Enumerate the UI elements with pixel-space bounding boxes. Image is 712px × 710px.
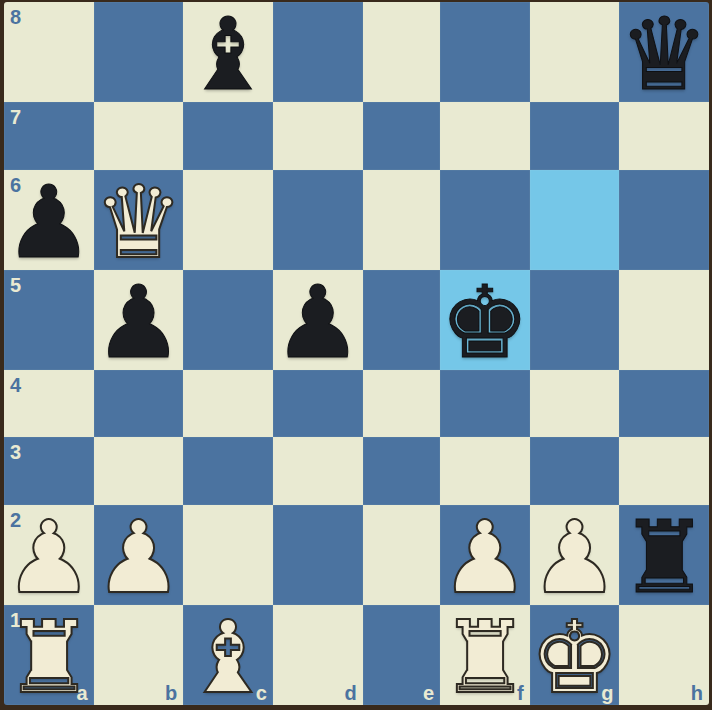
square-c5[interactable] bbox=[183, 270, 273, 370]
square-d4[interactable] bbox=[273, 370, 363, 438]
square-h6[interactable] bbox=[619, 170, 709, 270]
square-g8[interactable] bbox=[530, 2, 620, 102]
file-label-g: g bbox=[601, 683, 613, 703]
square-d6[interactable] bbox=[273, 170, 363, 270]
square-b8[interactable] bbox=[94, 2, 184, 102]
square-f5[interactable]: ♚ bbox=[440, 270, 530, 370]
file-label-b: b bbox=[165, 683, 177, 703]
square-f3[interactable] bbox=[440, 437, 530, 505]
white-pawn[interactable]: ♟ bbox=[440, 508, 530, 608]
square-f2[interactable]: ♟ bbox=[440, 505, 530, 605]
square-b3[interactable] bbox=[94, 437, 184, 505]
rank-label-8: 8 bbox=[10, 7, 21, 27]
white-bishop[interactable]: ♝ bbox=[183, 608, 273, 705]
square-e8[interactable] bbox=[363, 2, 440, 102]
square-e7[interactable] bbox=[363, 102, 440, 170]
square-c3[interactable] bbox=[183, 437, 273, 505]
square-g2[interactable]: ♟ bbox=[530, 505, 620, 605]
square-e2[interactable] bbox=[363, 505, 440, 605]
square-g1[interactable]: g♚ bbox=[530, 605, 620, 705]
square-h3[interactable] bbox=[619, 437, 709, 505]
square-h1[interactable]: h bbox=[619, 605, 709, 705]
square-a8[interactable]: 8 bbox=[4, 2, 94, 102]
square-d3[interactable] bbox=[273, 437, 363, 505]
square-g7[interactable] bbox=[530, 102, 620, 170]
square-f8[interactable] bbox=[440, 2, 530, 102]
square-e6[interactable] bbox=[363, 170, 440, 270]
square-e4[interactable] bbox=[363, 370, 440, 438]
square-d5[interactable]: ♟ bbox=[273, 270, 363, 370]
rank-label-5: 5 bbox=[10, 275, 21, 295]
square-b5[interactable]: ♟ bbox=[94, 270, 184, 370]
square-g4[interactable] bbox=[530, 370, 620, 438]
square-g6[interactable] bbox=[530, 170, 620, 270]
square-d8[interactable] bbox=[273, 2, 363, 102]
square-h4[interactable] bbox=[619, 370, 709, 438]
square-g3[interactable] bbox=[530, 437, 620, 505]
square-c1[interactable]: c♝ bbox=[183, 605, 273, 705]
white-pawn[interactable]: ♟ bbox=[530, 508, 620, 608]
rank-label-2: 2 bbox=[10, 510, 21, 530]
black-rook[interactable]: ♜ bbox=[619, 508, 709, 608]
square-h8[interactable]: ♛ bbox=[619, 2, 709, 102]
white-rook[interactable]: ♜ bbox=[4, 608, 94, 705]
black-pawn[interactable]: ♟ bbox=[273, 273, 363, 373]
square-d2[interactable] bbox=[273, 505, 363, 605]
square-d7[interactable] bbox=[273, 102, 363, 170]
square-h7[interactable] bbox=[619, 102, 709, 170]
square-c6[interactable] bbox=[183, 170, 273, 270]
square-a6[interactable]: 6♟ bbox=[4, 170, 94, 270]
white-king[interactable]: ♚ bbox=[530, 608, 620, 705]
square-a1[interactable]: 1a♜ bbox=[4, 605, 94, 705]
square-e1[interactable]: e bbox=[363, 605, 440, 705]
square-b2[interactable]: ♟ bbox=[94, 505, 184, 605]
square-a5[interactable]: 5 bbox=[4, 270, 94, 370]
square-b7[interactable] bbox=[94, 102, 184, 170]
rank-label-6: 6 bbox=[10, 175, 21, 195]
square-h2[interactable]: ♜ bbox=[619, 505, 709, 605]
rank-label-4: 4 bbox=[10, 375, 21, 395]
square-d1[interactable]: d bbox=[273, 605, 363, 705]
file-label-e: e bbox=[423, 683, 434, 703]
square-c2[interactable] bbox=[183, 505, 273, 605]
square-b1[interactable]: b bbox=[94, 605, 184, 705]
file-label-d: d bbox=[344, 683, 356, 703]
file-label-h: h bbox=[691, 683, 703, 703]
white-queen[interactable]: ♛ bbox=[94, 173, 184, 273]
square-f4[interactable] bbox=[440, 370, 530, 438]
rank-label-1: 1 bbox=[10, 610, 21, 630]
white-pawn[interactable]: ♟ bbox=[94, 508, 184, 608]
white-pawn[interactable]: ♟ bbox=[4, 508, 94, 608]
black-pawn[interactable]: ♟ bbox=[4, 173, 94, 273]
chess-board: 8♝♛76♟♛5♟♟♚432♟♟♟♟♜1a♜bc♝def♜g♚h bbox=[4, 2, 709, 705]
black-pawn[interactable]: ♟ bbox=[94, 273, 184, 373]
square-c8[interactable]: ♝ bbox=[183, 2, 273, 102]
square-f1[interactable]: f♜ bbox=[440, 605, 530, 705]
black-queen[interactable]: ♛ bbox=[619, 5, 709, 105]
square-c4[interactable] bbox=[183, 370, 273, 438]
square-h5[interactable] bbox=[619, 270, 709, 370]
rank-label-7: 7 bbox=[10, 107, 21, 127]
square-c7[interactable] bbox=[183, 102, 273, 170]
file-label-f: f bbox=[517, 683, 524, 703]
square-e3[interactable] bbox=[363, 437, 440, 505]
white-rook[interactable]: ♜ bbox=[440, 608, 530, 705]
square-f7[interactable] bbox=[440, 102, 530, 170]
rank-label-3: 3 bbox=[10, 442, 21, 462]
square-g5[interactable] bbox=[530, 270, 620, 370]
square-a3[interactable]: 3 bbox=[4, 437, 94, 505]
square-a7[interactable]: 7 bbox=[4, 102, 94, 170]
black-king[interactable]: ♚ bbox=[440, 273, 530, 373]
square-b6[interactable]: ♛ bbox=[94, 170, 184, 270]
black-bishop[interactable]: ♝ bbox=[183, 5, 273, 105]
square-e5[interactable] bbox=[363, 270, 440, 370]
square-a4[interactable]: 4 bbox=[4, 370, 94, 438]
square-a2[interactable]: 2♟ bbox=[4, 505, 94, 605]
board-frame: 8♝♛76♟♛5♟♟♚432♟♟♟♟♜1a♜bc♝def♜g♚h bbox=[0, 0, 712, 710]
file-label-a: a bbox=[77, 683, 88, 703]
square-f6[interactable] bbox=[440, 170, 530, 270]
file-label-c: c bbox=[256, 683, 267, 703]
square-b4[interactable] bbox=[94, 370, 184, 438]
